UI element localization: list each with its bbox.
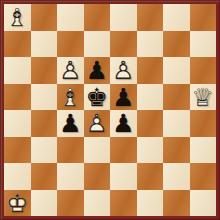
piece-glyph: ♚ xyxy=(84,84,111,111)
piece-outline-layer: ♙ xyxy=(57,57,84,84)
square-a1[interactable]: ♚♔ xyxy=(4,190,31,217)
square-c2[interactable] xyxy=(57,163,84,190)
piece-white-pawn: ♟♙ xyxy=(110,57,137,84)
square-d3[interactable] xyxy=(84,137,111,164)
square-c3[interactable] xyxy=(57,137,84,164)
piece-outline-layer: ♗ xyxy=(57,84,84,111)
square-a7[interactable] xyxy=(4,31,31,58)
square-f7[interactable] xyxy=(137,31,164,58)
square-a4[interactable] xyxy=(4,110,31,137)
square-d4[interactable]: ♟♙ xyxy=(84,110,111,137)
piece-outline-layer: ♔ xyxy=(4,190,31,217)
piece-white-pawn: ♟♙ xyxy=(57,57,84,84)
square-e1[interactable] xyxy=(110,190,137,217)
square-a8[interactable]: ♝♗ xyxy=(4,4,31,31)
square-c1[interactable] xyxy=(57,190,84,217)
square-h7[interactable] xyxy=(190,31,217,58)
square-g5[interactable] xyxy=(163,84,190,111)
square-d8[interactable] xyxy=(84,4,111,31)
square-b5[interactable] xyxy=(31,84,58,111)
piece-outline-layer: ♙ xyxy=(110,57,137,84)
square-b2[interactable] xyxy=(31,163,58,190)
piece-black-pawn: ♟ xyxy=(57,110,84,137)
square-c7[interactable] xyxy=(57,31,84,58)
piece-glyph: ♟ xyxy=(110,84,137,111)
square-g7[interactable] xyxy=(163,31,190,58)
piece-glyph: ♟ xyxy=(84,57,111,84)
square-a3[interactable] xyxy=(4,137,31,164)
piece-outline-layer: ♙ xyxy=(84,110,111,137)
square-a6[interactable] xyxy=(4,57,31,84)
square-h6[interactable] xyxy=(190,57,217,84)
square-f1[interactable] xyxy=(137,190,164,217)
piece-glyph: ♟ xyxy=(57,110,84,137)
square-e3[interactable] xyxy=(110,137,137,164)
square-h3[interactable] xyxy=(190,137,217,164)
square-f8[interactable] xyxy=(137,4,164,31)
square-d2[interactable] xyxy=(84,163,111,190)
square-e7[interactable] xyxy=(110,31,137,58)
chess-board: ♝♗♟♙♟♟♙♝♗♚♟♛♕♟♟♙♟♚♔ xyxy=(4,4,216,216)
square-e5[interactable]: ♟ xyxy=(110,84,137,111)
square-f6[interactable] xyxy=(137,57,164,84)
square-g4[interactable] xyxy=(163,110,190,137)
square-g2[interactable] xyxy=(163,163,190,190)
square-c8[interactable] xyxy=(57,4,84,31)
square-d6[interactable]: ♟ xyxy=(84,57,111,84)
square-c6[interactable]: ♟♙ xyxy=(57,57,84,84)
square-h5[interactable]: ♛♕ xyxy=(190,84,217,111)
piece-black-pawn: ♟ xyxy=(110,84,137,111)
square-g1[interactable] xyxy=(163,190,190,217)
square-d7[interactable] xyxy=(84,31,111,58)
piece-black-pawn: ♟ xyxy=(110,110,137,137)
square-h8[interactable] xyxy=(190,4,217,31)
square-e4[interactable]: ♟ xyxy=(110,110,137,137)
square-f3[interactable] xyxy=(137,137,164,164)
square-e2[interactable] xyxy=(110,163,137,190)
square-d1[interactable] xyxy=(84,190,111,217)
board-frame: ♝♗♟♙♟♟♙♝♗♚♟♛♕♟♟♙♟♚♔ xyxy=(0,0,220,220)
square-e8[interactable] xyxy=(110,4,137,31)
square-c5[interactable]: ♝♗ xyxy=(57,84,84,111)
piece-white-pawn: ♟♙ xyxy=(84,110,111,137)
square-g3[interactable] xyxy=(163,137,190,164)
square-d5[interactable]: ♚ xyxy=(84,84,111,111)
square-e6[interactable]: ♟♙ xyxy=(110,57,137,84)
square-g6[interactable] xyxy=(163,57,190,84)
square-f2[interactable] xyxy=(137,163,164,190)
piece-outline-layer: ♗ xyxy=(4,4,31,31)
square-h2[interactable] xyxy=(190,163,217,190)
square-h1[interactable] xyxy=(190,190,217,217)
piece-outline-layer: ♕ xyxy=(190,84,217,111)
piece-black-king: ♚ xyxy=(84,84,111,111)
square-h4[interactable] xyxy=(190,110,217,137)
square-c4[interactable]: ♟ xyxy=(57,110,84,137)
piece-white-king: ♚♔ xyxy=(4,190,31,217)
square-f5[interactable] xyxy=(137,84,164,111)
square-a2[interactable] xyxy=(4,163,31,190)
piece-glyph: ♟ xyxy=(110,110,137,137)
square-a5[interactable] xyxy=(4,84,31,111)
square-b8[interactable] xyxy=(31,4,58,31)
piece-white-bishop: ♝♗ xyxy=(4,4,31,31)
piece-white-bishop: ♝♗ xyxy=(57,84,84,111)
square-g8[interactable] xyxy=(163,4,190,31)
square-f4[interactable] xyxy=(137,110,164,137)
piece-black-pawn: ♟ xyxy=(84,57,111,84)
square-b4[interactable] xyxy=(31,110,58,137)
piece-white-queen: ♛♕ xyxy=(190,84,217,111)
square-b1[interactable] xyxy=(31,190,58,217)
square-b6[interactable] xyxy=(31,57,58,84)
square-b3[interactable] xyxy=(31,137,58,164)
square-b7[interactable] xyxy=(31,31,58,58)
